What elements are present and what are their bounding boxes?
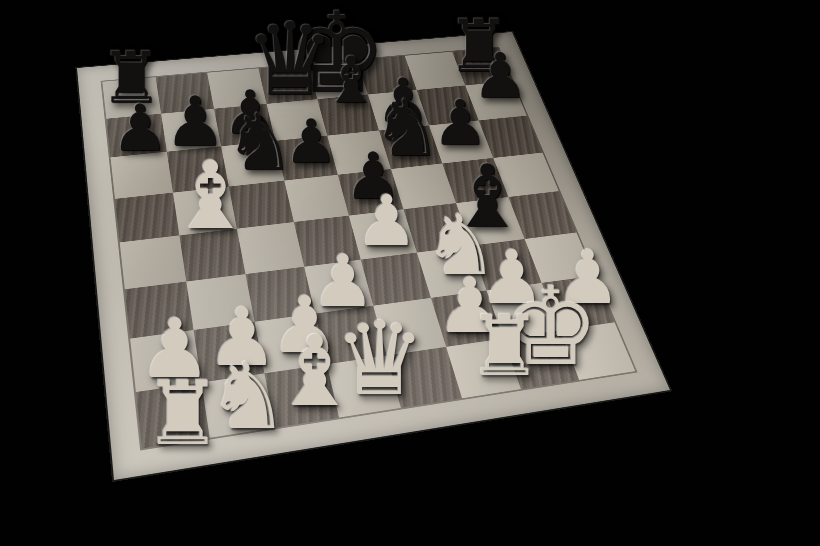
piece-white-rook-a1[interactable]: ♜ bbox=[144, 370, 223, 458]
piece-white-bishop-b5[interactable]: ♝ bbox=[169, 149, 253, 243]
piece-white-rook-f1[interactable]: ♜ bbox=[467, 304, 542, 388]
photo-stage: ♜♟♟♟♛♚♝♟♜♟♞♟♞♟♟♝♝♟♞♟♟♟♟♟♟♟♛♜♚♝♞♜ bbox=[0, 0, 820, 546]
piece-black-pawn-a7[interactable]: ♟ bbox=[111, 96, 168, 160]
